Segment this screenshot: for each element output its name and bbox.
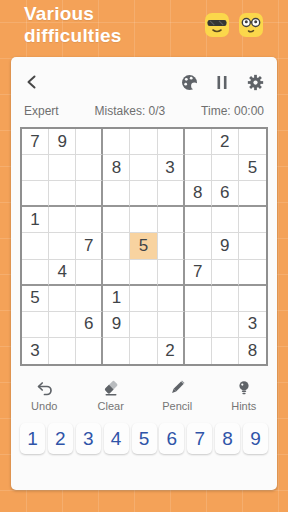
eraser-icon [102,379,120,397]
action-bar: Undo Clear [11,379,277,412]
numpad-2[interactable]: 2 [48,423,73,454]
cell-r3c7[interactable]: 8 [185,181,212,207]
number-pad: 123456789 [20,423,268,454]
cell-r9c9[interactable]: 8 [239,338,266,364]
cell-r7c1[interactable]: 5 [22,286,49,312]
cell-r2c3[interactable] [76,155,103,181]
cell-r9c7[interactable] [185,338,212,364]
cell-r4c1[interactable]: 1 [22,207,49,233]
cell-r1c9[interactable] [239,129,266,155]
cell-r6c3[interactable] [76,260,103,286]
cell-r1c5[interactable] [130,129,157,155]
numpad-6[interactable]: 6 [159,423,184,454]
app-background: Various difficulties [0,0,288,512]
numpad-4[interactable]: 4 [104,423,129,454]
cell-r9c3[interactable] [76,338,103,364]
lightbulb-icon [235,379,253,397]
undo-label: Undo [31,400,57,412]
cell-r3c6[interactable] [158,181,185,207]
pause-icon [215,75,229,90]
undo-button[interactable]: Undo [14,379,74,412]
cell-r4c4[interactable] [103,207,130,233]
cell-r8c9[interactable]: 3 [239,312,266,338]
cell-r2c6[interactable]: 3 [158,155,185,181]
cell-r4c3[interactable] [76,207,103,233]
cell-r6c8[interactable] [212,260,239,286]
mistakes-label: Mistakes: 0/3 [95,104,166,118]
cell-r4c5[interactable] [130,207,157,233]
cell-r9c5[interactable] [130,338,157,364]
cell-r4c2[interactable] [49,207,76,233]
cell-r8c8[interactable] [212,312,239,338]
cell-r6c4[interactable] [103,260,130,286]
cell-r5c1[interactable] [22,233,49,259]
cell-r6c1[interactable] [22,260,49,286]
cell-r7c4[interactable]: 1 [103,286,130,312]
cell-r5c7[interactable] [185,233,212,259]
numpad-7[interactable]: 7 [187,423,212,454]
cell-r2c8[interactable] [212,155,239,181]
cell-r7c6[interactable] [158,286,185,312]
cell-r2c5[interactable] [130,155,157,181]
top-toolbar [11,57,277,94]
cell-r3c8[interactable]: 6 [212,181,239,207]
cell-r8c6[interactable] [158,312,185,338]
cell-r4c8[interactable] [212,207,239,233]
cell-r2c2[interactable] [49,155,76,181]
cell-r9c8[interactable] [212,338,239,364]
cell-r4c6[interactable] [158,207,185,233]
cell-r8c7[interactable] [185,312,212,338]
cell-r5c8[interactable]: 9 [212,233,239,259]
cell-r7c3[interactable] [76,286,103,312]
cell-r5c9[interactable] [239,233,266,259]
cell-r3c9[interactable] [239,181,266,207]
cell-r1c1[interactable]: 7 [22,129,49,155]
cell-r1c6[interactable] [158,129,185,155]
cell-r3c2[interactable] [49,181,76,207]
cell-r3c4[interactable] [103,181,130,207]
cell-r6c9[interactable] [239,260,266,286]
cell-r8c2[interactable] [49,312,76,338]
cell-r4c9[interactable] [239,207,266,233]
cell-r7c8[interactable] [212,286,239,312]
hints-button[interactable]: Hints [214,379,274,412]
cell-r9c6[interactable]: 2 [158,338,185,364]
numpad-9[interactable]: 9 [243,423,268,454]
cell-r1c7[interactable] [185,129,212,155]
cell-r9c4[interactable] [103,338,130,364]
cell-r2c1[interactable] [22,155,49,181]
cell-r8c1[interactable] [22,312,49,338]
back-button[interactable] [24,72,46,92]
cell-r1c3[interactable] [76,129,103,155]
cell-r8c4[interactable]: 9 [103,312,130,338]
clear-label: Clear [98,400,124,412]
difficulty-label: Expert [24,104,59,118]
cell-r9c1[interactable]: 3 [22,338,49,364]
cell-r8c3[interactable]: 6 [76,312,103,338]
cell-r6c6[interactable] [158,260,185,286]
game-card: Expert Mistakes: 0/3 Time: 00:00 7928358… [11,57,277,490]
cell-r3c5[interactable] [130,181,157,207]
cell-r9c2[interactable] [49,338,76,364]
back-chevron-icon [24,74,40,90]
pause-button[interactable] [213,73,231,91]
cell-r7c7[interactable] [185,286,212,312]
cell-r1c4[interactable] [103,129,130,155]
cell-r7c5[interactable] [130,286,157,312]
cell-r5c2[interactable] [49,233,76,259]
numpad-5[interactable]: 5 [132,423,157,454]
cell-r5c6[interactable] [158,233,185,259]
cell-r5c3[interactable]: 7 [76,233,103,259]
page-title: Various difficulties [24,3,196,47]
app-header: Various difficulties [0,0,288,50]
theme-palette-button[interactable] [180,73,198,91]
clear-button[interactable]: Clear [81,379,141,412]
cool-face-emoji-icon [204,12,230,38]
cell-r6c7[interactable]: 7 [185,260,212,286]
status-row: Expert Mistakes: 0/3 Time: 00:00 [11,103,277,118]
palette-icon [181,74,198,91]
cell-r5c5[interactable]: 5 [130,233,157,259]
numpad-3[interactable]: 3 [76,423,101,454]
settings-button[interactable] [246,73,264,91]
cell-r7c9[interactable] [239,286,266,312]
sudoku-board: 7928358617594751693328 [20,127,268,366]
pencil-icon [168,379,186,397]
cell-r6c2[interactable]: 4 [49,260,76,286]
pencil-button[interactable]: Pencil [147,379,207,412]
cell-r6c5[interactable] [130,260,157,286]
numpad-1[interactable]: 1 [20,423,45,454]
cell-r4c7[interactable] [185,207,212,233]
cell-r1c2[interactable]: 9 [49,129,76,155]
time-label: Time: 00:00 [201,104,264,118]
gear-icon [247,74,264,91]
numpad-8[interactable]: 8 [215,423,240,454]
cell-r3c1[interactable] [22,181,49,207]
hints-label: Hints [231,400,256,412]
cell-r5c4[interactable] [103,233,130,259]
cell-r8c5[interactable] [130,312,157,338]
cell-r2c9[interactable]: 5 [239,155,266,181]
cell-r2c7[interactable] [185,155,212,181]
pencil-label: Pencil [162,400,192,412]
cell-r7c2[interactable] [49,286,76,312]
cell-r1c8[interactable]: 2 [212,129,239,155]
nerd-face-emoji-icon [238,12,264,38]
cell-r2c4[interactable]: 8 [103,155,130,181]
cell-r3c3[interactable] [76,181,103,207]
undo-icon [35,379,53,397]
